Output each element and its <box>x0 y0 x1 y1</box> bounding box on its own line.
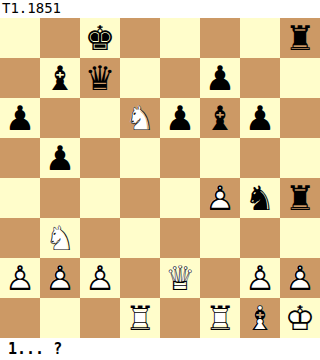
square-f3[interactable] <box>200 218 240 258</box>
piece-fill: ♟ <box>0 98 40 138</box>
piece-white-rook[interactable]: ♜♖ <box>120 298 160 338</box>
piece-fill: ♟ <box>200 58 240 98</box>
piece-outline: ♙ <box>0 258 40 298</box>
square-g3[interactable] <box>240 218 280 258</box>
piece-white-pawn[interactable]: ♟♙ <box>80 258 120 298</box>
square-d8[interactable] <box>120 18 160 58</box>
piece-fill: ♟ <box>240 98 280 138</box>
piece-white-king[interactable]: ♚♔ <box>280 298 320 338</box>
square-f5[interactable] <box>200 138 240 178</box>
square-f6[interactable]: ♝ <box>200 98 240 138</box>
square-a1[interactable] <box>0 298 40 338</box>
square-b2[interactable]: ♟♙ <box>40 258 80 298</box>
piece-white-pawn[interactable]: ♟♙ <box>40 258 80 298</box>
piece-black-king[interactable]: ♚ <box>80 18 120 58</box>
square-e4[interactable] <box>160 178 200 218</box>
square-e1[interactable] <box>160 298 200 338</box>
square-h1[interactable]: ♚♔ <box>280 298 320 338</box>
square-c4[interactable] <box>80 178 120 218</box>
piece-white-knight[interactable]: ♞♘ <box>40 218 80 258</box>
piece-black-pawn[interactable]: ♟ <box>240 98 280 138</box>
piece-black-bishop[interactable]: ♝ <box>40 58 80 98</box>
square-f2[interactable] <box>200 258 240 298</box>
piece-outline: ♙ <box>40 258 80 298</box>
square-b5[interactable]: ♟ <box>40 138 80 178</box>
square-h5[interactable] <box>280 138 320 178</box>
square-a6[interactable]: ♟ <box>0 98 40 138</box>
square-a2[interactable]: ♟♙ <box>0 258 40 298</box>
square-c5[interactable] <box>80 138 120 178</box>
piece-black-pawn[interactable]: ♟ <box>200 58 240 98</box>
square-a5[interactable] <box>0 138 40 178</box>
square-a4[interactable] <box>0 178 40 218</box>
square-g2[interactable]: ♟♙ <box>240 258 280 298</box>
piece-outline: ♔ <box>280 298 320 338</box>
square-e3[interactable] <box>160 218 200 258</box>
piece-black-pawn[interactable]: ♟ <box>0 98 40 138</box>
square-d4[interactable] <box>120 178 160 218</box>
piece-outline: ♗ <box>240 298 280 338</box>
chess-board: ♚♜♝♛♟♟♞♘♟♝♟♟♟♙♞♜♞♘♟♙♟♙♟♙♛♕♟♙♟♙♜♖♜♖♝♗♚♔ <box>0 18 320 338</box>
square-h3[interactable] <box>280 218 320 258</box>
piece-white-pawn[interactable]: ♟♙ <box>280 258 320 298</box>
square-h8[interactable]: ♜ <box>280 18 320 58</box>
square-c6[interactable] <box>80 98 120 138</box>
piece-black-rook[interactable]: ♜ <box>280 18 320 58</box>
piece-outline: ♕ <box>160 258 200 298</box>
square-h6[interactable] <box>280 98 320 138</box>
square-g4[interactable]: ♞ <box>240 178 280 218</box>
square-g8[interactable] <box>240 18 280 58</box>
square-f4[interactable]: ♟♙ <box>200 178 240 218</box>
square-c8[interactable]: ♚ <box>80 18 120 58</box>
piece-outline: ♖ <box>120 298 160 338</box>
square-b4[interactable] <box>40 178 80 218</box>
square-a8[interactable] <box>0 18 40 58</box>
piece-fill: ♞ <box>240 178 280 218</box>
square-h7[interactable] <box>280 58 320 98</box>
piece-fill: ♟ <box>40 138 80 178</box>
square-d3[interactable] <box>120 218 160 258</box>
piece-black-pawn[interactable]: ♟ <box>40 138 80 178</box>
square-d2[interactable] <box>120 258 160 298</box>
piece-fill: ♜ <box>280 178 320 218</box>
square-c1[interactable] <box>80 298 120 338</box>
piece-fill: ♝ <box>200 98 240 138</box>
piece-outline: ♖ <box>200 298 240 338</box>
square-g1[interactable]: ♝♗ <box>240 298 280 338</box>
piece-outline: ♘ <box>120 98 160 138</box>
piece-black-knight[interactable]: ♞ <box>240 178 280 218</box>
piece-white-bishop[interactable]: ♝♗ <box>240 298 280 338</box>
piece-black-pawn[interactable]: ♟ <box>160 98 200 138</box>
square-d1[interactable]: ♜♖ <box>120 298 160 338</box>
piece-white-pawn[interactable]: ♟♙ <box>0 258 40 298</box>
square-h2[interactable]: ♟♙ <box>280 258 320 298</box>
piece-black-rook[interactable]: ♜ <box>280 178 320 218</box>
move-prompt: 1... ? <box>0 338 320 360</box>
square-c7[interactable]: ♛ <box>80 58 120 98</box>
square-h4[interactable]: ♜ <box>280 178 320 218</box>
piece-outline: ♙ <box>80 258 120 298</box>
piece-white-pawn[interactable]: ♟♙ <box>200 178 240 218</box>
square-e6[interactable]: ♟ <box>160 98 200 138</box>
square-b3[interactable]: ♞♘ <box>40 218 80 258</box>
puzzle-title: T1.1851 <box>0 0 320 18</box>
square-a7[interactable] <box>0 58 40 98</box>
piece-white-rook[interactable]: ♜♖ <box>200 298 240 338</box>
square-e5[interactable] <box>160 138 200 178</box>
piece-fill: ♛ <box>80 58 120 98</box>
square-b6[interactable] <box>40 98 80 138</box>
piece-outline: ♙ <box>240 258 280 298</box>
piece-fill: ♚ <box>80 18 120 58</box>
piece-fill: ♟ <box>160 98 200 138</box>
square-e2[interactable]: ♛♕ <box>160 258 200 298</box>
chess-puzzle-app: T1.1851 ♚♜♝♛♟♟♞♘♟♝♟♟♟♙♞♜♞♘♟♙♟♙♟♙♛♕♟♙♟♙♜♖… <box>0 0 320 360</box>
piece-white-pawn[interactable]: ♟♙ <box>240 258 280 298</box>
piece-white-knight[interactable]: ♞♘ <box>120 98 160 138</box>
piece-white-queen[interactable]: ♛♕ <box>160 258 200 298</box>
square-a3[interactable] <box>0 218 40 258</box>
square-d6[interactable]: ♞♘ <box>120 98 160 138</box>
square-d7[interactable] <box>120 58 160 98</box>
piece-fill: ♜ <box>280 18 320 58</box>
square-g6[interactable]: ♟ <box>240 98 280 138</box>
square-e8[interactable] <box>160 18 200 58</box>
square-e7[interactable] <box>160 58 200 98</box>
square-b7[interactable]: ♝ <box>40 58 80 98</box>
square-b8[interactable] <box>40 18 80 58</box>
square-c3[interactable] <box>80 218 120 258</box>
square-g5[interactable] <box>240 138 280 178</box>
square-g7[interactable] <box>240 58 280 98</box>
square-f1[interactable]: ♜♖ <box>200 298 240 338</box>
piece-outline: ♘ <box>40 218 80 258</box>
square-c2[interactable]: ♟♙ <box>80 258 120 298</box>
square-d5[interactable] <box>120 138 160 178</box>
square-f8[interactable] <box>200 18 240 58</box>
piece-black-bishop[interactable]: ♝ <box>200 98 240 138</box>
square-b1[interactable] <box>40 298 80 338</box>
piece-outline: ♙ <box>200 178 240 218</box>
piece-fill: ♝ <box>40 58 80 98</box>
piece-black-queen[interactable]: ♛ <box>80 58 120 98</box>
square-f7[interactable]: ♟ <box>200 58 240 98</box>
piece-outline: ♙ <box>280 258 320 298</box>
